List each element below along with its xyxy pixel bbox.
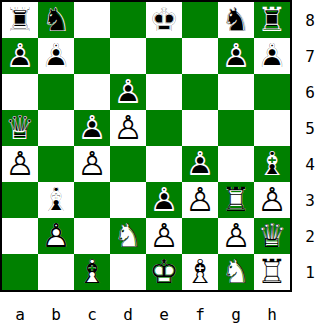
piece-outline-glyph: ♖ [2, 2, 38, 38]
square-h7[interactable]: ♟♙ [254, 38, 290, 74]
file-labels: abcdefgh [2, 292, 290, 336]
square-f1[interactable]: ♝♗ [182, 254, 218, 290]
file-label-h: h [254, 292, 290, 336]
piece-outline-glyph: ♖ [218, 182, 254, 218]
square-a6[interactable] [2, 74, 38, 110]
black-pawn-icon[interactable]: ♟♙ [110, 74, 146, 110]
square-d2[interactable]: ♞♘ [110, 218, 146, 254]
square-f2[interactable] [182, 218, 218, 254]
piece-outline-glyph: ♘ [218, 2, 254, 38]
piece-outline-glyph: ♙ [218, 38, 254, 74]
rank-label-6: 6 [292, 74, 328, 110]
piece-outline-glyph: ♖ [254, 254, 290, 290]
square-c2[interactable] [74, 218, 110, 254]
square-h4[interactable]: ♝♗ [254, 146, 290, 182]
square-e6[interactable] [146, 74, 182, 110]
piece-outline-glyph: ♙ [182, 146, 218, 182]
square-g3[interactable]: ♜♖ [218, 182, 254, 218]
black-pawn-icon[interactable]: ♟♙ [146, 182, 182, 218]
square-g2[interactable]: ♟♙ [218, 218, 254, 254]
square-a8[interactable]: ♜♖ [2, 2, 38, 38]
piece-outline-glyph: ♕ [2, 110, 38, 146]
square-c6[interactable] [74, 74, 110, 110]
square-a1[interactable] [2, 254, 38, 290]
piece-outline-glyph: ♗ [182, 254, 218, 290]
square-g5[interactable] [218, 110, 254, 146]
piece-outline-glyph: ♘ [38, 2, 74, 38]
white-knight-icon[interactable]: ♞♘ [218, 254, 254, 290]
rank-label-8: 8 [292, 2, 328, 38]
square-b5[interactable] [38, 110, 74, 146]
black-knight-icon[interactable]: ♞♘ [218, 2, 254, 38]
white-rook-icon[interactable]: ♜♖ [218, 182, 254, 218]
white-bishop-icon[interactable]: ♝♗ [74, 254, 110, 290]
square-b4[interactable] [38, 146, 74, 182]
black-queen-icon[interactable]: ♛♕ [2, 110, 38, 146]
piece-outline-glyph: ♙ [146, 218, 182, 254]
square-e3[interactable]: ♟♙ [146, 182, 182, 218]
white-bishop-icon[interactable]: ♝♗ [182, 254, 218, 290]
piece-outline-glyph: ♙ [254, 38, 290, 74]
piece-outline-glyph: ♙ [2, 146, 38, 182]
file-label-e: e [146, 292, 182, 336]
piece-outline-glyph: ♙ [146, 182, 182, 218]
square-f4[interactable]: ♟♙ [182, 146, 218, 182]
square-h1[interactable]: ♜♖ [254, 254, 290, 290]
square-b6[interactable] [38, 74, 74, 110]
black-pawn-icon[interactable]: ♟♙ [74, 110, 110, 146]
square-c4[interactable]: ♟♙ [74, 146, 110, 182]
square-c5[interactable]: ♟♙ [74, 110, 110, 146]
file-label-c: c [74, 292, 110, 336]
rank-labels: 87654321 [292, 2, 328, 290]
square-f7[interactable] [182, 38, 218, 74]
piece-outline-glyph: ♘ [110, 218, 146, 254]
chess-app-window: ♜♖♞♘♚♔♞♘♜♖♟♙♟♙♟♙♟♙♟♙♛♕♟♙♟♙♟♙♟♙♟♙♝♗♝♗♟♙♟♙… [0, 0, 328, 336]
piece-outline-glyph: ♖ [254, 2, 290, 38]
square-a2[interactable] [2, 218, 38, 254]
piece-outline-glyph: ♗ [38, 182, 74, 218]
square-d8[interactable] [110, 2, 146, 38]
square-e5[interactable] [146, 110, 182, 146]
white-rook-icon[interactable]: ♜♖ [254, 254, 290, 290]
piece-outline-glyph: ♔ [146, 254, 182, 290]
white-pawn-icon[interactable]: ♟♙ [2, 146, 38, 182]
rank-label-4: 4 [292, 146, 328, 182]
white-pawn-icon[interactable]: ♟♙ [110, 110, 146, 146]
square-f6[interactable] [182, 74, 218, 110]
piece-outline-glyph: ♙ [182, 182, 218, 218]
piece-outline-glyph: ♙ [110, 74, 146, 110]
square-d7[interactable] [110, 38, 146, 74]
square-a4[interactable]: ♟♙ [2, 146, 38, 182]
white-queen-icon[interactable]: ♛♕ [254, 218, 290, 254]
square-h8[interactable]: ♜♖ [254, 2, 290, 38]
square-d6[interactable]: ♟♙ [110, 74, 146, 110]
square-c3[interactable] [74, 182, 110, 218]
square-e8[interactable]: ♚♔ [146, 2, 182, 38]
square-g4[interactable] [218, 146, 254, 182]
square-f3[interactable]: ♟♙ [182, 182, 218, 218]
square-b7[interactable]: ♟♙ [38, 38, 74, 74]
rank-label-1: 1 [292, 254, 328, 290]
square-c8[interactable] [74, 2, 110, 38]
piece-outline-glyph: ♙ [74, 110, 110, 146]
square-d3[interactable] [110, 182, 146, 218]
black-pawn-icon[interactable]: ♟♙ [182, 146, 218, 182]
piece-outline-glyph: ♙ [110, 110, 146, 146]
white-pawn-icon[interactable]: ♟♙ [218, 218, 254, 254]
square-h6[interactable] [254, 74, 290, 110]
square-f8[interactable] [182, 2, 218, 38]
black-rook-icon[interactable]: ♜♖ [2, 2, 38, 38]
black-bishop-icon[interactable]: ♝♗ [38, 182, 74, 218]
white-pawn-icon[interactable]: ♟♙ [182, 182, 218, 218]
square-e4[interactable] [146, 146, 182, 182]
white-pawn-icon[interactable]: ♟♙ [74, 146, 110, 182]
square-c1[interactable]: ♝♗ [74, 254, 110, 290]
square-a3[interactable] [2, 182, 38, 218]
square-h5[interactable] [254, 110, 290, 146]
rank-label-2: 2 [292, 218, 328, 254]
black-knight-icon[interactable]: ♞♘ [38, 2, 74, 38]
piece-outline-glyph: ♙ [38, 38, 74, 74]
square-e1[interactable]: ♚♔ [146, 254, 182, 290]
piece-outline-glyph: ♗ [254, 146, 290, 182]
square-e2[interactable]: ♟♙ [146, 218, 182, 254]
square-h3[interactable]: ♟♙ [254, 182, 290, 218]
file-label-b: b [38, 292, 74, 336]
white-pawn-icon[interactable]: ♟♙ [38, 218, 74, 254]
piece-outline-glyph: ♙ [2, 38, 38, 74]
square-g7[interactable]: ♟♙ [218, 38, 254, 74]
square-d4[interactable] [110, 146, 146, 182]
square-g8[interactable]: ♞♘ [218, 2, 254, 38]
square-f5[interactable] [182, 110, 218, 146]
square-c7[interactable] [74, 38, 110, 74]
black-king-icon[interactable]: ♚♔ [146, 2, 182, 38]
white-king-icon[interactable]: ♚♔ [146, 254, 182, 290]
square-g1[interactable]: ♞♘ [218, 254, 254, 290]
rank-label-3: 3 [292, 182, 328, 218]
chess-board[interactable]: ♜♖♞♘♚♔♞♘♜♖♟♙♟♙♟♙♟♙♟♙♛♕♟♙♟♙♟♙♟♙♟♙♝♗♝♗♟♙♟♙… [0, 0, 292, 292]
rank-label-5: 5 [292, 110, 328, 146]
black-pawn-icon[interactable]: ♟♙ [218, 38, 254, 74]
piece-outline-glyph: ♔ [146, 2, 182, 38]
file-label-a: a [2, 292, 38, 336]
square-a5[interactable]: ♛♕ [2, 110, 38, 146]
piece-outline-glyph: ♙ [254, 182, 290, 218]
piece-outline-glyph: ♕ [254, 218, 290, 254]
white-pawn-icon[interactable]: ♟♙ [146, 218, 182, 254]
white-pawn-icon[interactable]: ♟♙ [254, 182, 290, 218]
black-pawn-icon[interactable]: ♟♙ [254, 38, 290, 74]
square-b8[interactable]: ♞♘ [38, 2, 74, 38]
square-b3[interactable]: ♝♗ [38, 182, 74, 218]
piece-outline-glyph: ♙ [38, 218, 74, 254]
piece-outline-glyph: ♙ [218, 218, 254, 254]
white-knight-icon[interactable]: ♞♘ [110, 218, 146, 254]
piece-outline-glyph: ♗ [74, 254, 110, 290]
black-pawn-icon[interactable]: ♟♙ [2, 38, 38, 74]
square-b2[interactable]: ♟♙ [38, 218, 74, 254]
square-h2[interactable]: ♛♕ [254, 218, 290, 254]
black-pawn-icon[interactable]: ♟♙ [38, 38, 74, 74]
square-g6[interactable] [218, 74, 254, 110]
black-bishop-icon[interactable]: ♝♗ [254, 146, 290, 182]
square-d5[interactable]: ♟♙ [110, 110, 146, 146]
square-e7[interactable] [146, 38, 182, 74]
file-label-f: f [182, 292, 218, 336]
file-label-g: g [218, 292, 254, 336]
piece-outline-glyph: ♙ [74, 146, 110, 182]
square-a7[interactable]: ♟♙ [2, 38, 38, 74]
file-label-d: d [110, 292, 146, 336]
rank-label-7: 7 [292, 38, 328, 74]
square-d1[interactable] [110, 254, 146, 290]
square-b1[interactable] [38, 254, 74, 290]
piece-outline-glyph: ♘ [218, 254, 254, 290]
black-rook-icon[interactable]: ♜♖ [254, 2, 290, 38]
